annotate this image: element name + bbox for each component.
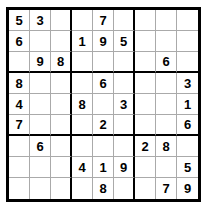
cell-r1c8-empty[interactable]	[156, 10, 177, 31]
cell-r5c4-given[interactable]: 8	[72, 94, 93, 115]
cell-r9c7-empty[interactable]	[135, 178, 156, 199]
cell-r9c5-given[interactable]: 8	[93, 178, 114, 199]
cell-r7c1-empty[interactable]	[9, 136, 30, 157]
cell-r2c5-given[interactable]: 9	[93, 31, 114, 52]
cell-r8c4-given[interactable]: 4	[72, 157, 93, 178]
cell-r8c8-empty[interactable]	[156, 157, 177, 178]
cell-r1c6-empty[interactable]	[114, 10, 135, 31]
cell-r8c3-empty[interactable]	[51, 157, 72, 178]
cell-r9c2-empty[interactable]	[30, 178, 51, 199]
cell-r4c8-empty[interactable]	[156, 73, 177, 94]
cell-r1c1-given[interactable]: 5	[9, 10, 30, 31]
cell-r9c8-given[interactable]: 7	[156, 178, 177, 199]
cell-r8c7-empty[interactable]	[135, 157, 156, 178]
cell-r5c6-given[interactable]: 3	[114, 94, 135, 115]
cell-r6c2-empty[interactable]	[30, 115, 51, 136]
cell-r3c1-empty[interactable]	[9, 52, 30, 73]
cell-r3c8-given[interactable]: 6	[156, 52, 177, 73]
cell-r2c8-empty[interactable]	[156, 31, 177, 52]
cell-r5c2-empty[interactable]	[30, 94, 51, 115]
cell-r7c3-empty[interactable]	[51, 136, 72, 157]
cell-r6c8-empty[interactable]	[156, 115, 177, 136]
cell-r8c2-empty[interactable]	[30, 157, 51, 178]
cell-r2c3-empty[interactable]	[51, 31, 72, 52]
cell-r5c7-empty[interactable]	[135, 94, 156, 115]
sudoku-board: 537619598686348317266284195879	[6, 7, 201, 202]
cell-r6c7-empty[interactable]	[135, 115, 156, 136]
cell-r4c1-given[interactable]: 8	[9, 73, 30, 94]
cell-r3c3-given[interactable]: 8	[51, 52, 72, 73]
cell-r5c8-empty[interactable]	[156, 94, 177, 115]
cell-r6c4-empty[interactable]	[72, 115, 93, 136]
cell-r8c1-empty[interactable]	[9, 157, 30, 178]
cell-r4c6-empty[interactable]	[114, 73, 135, 94]
cell-r7c7-given[interactable]: 2	[135, 136, 156, 157]
cell-r3c4-empty[interactable]	[72, 52, 93, 73]
cell-r9c1-empty[interactable]	[9, 178, 30, 199]
cell-r6c6-empty[interactable]	[114, 115, 135, 136]
cell-r1c7-empty[interactable]	[135, 10, 156, 31]
cell-r6c3-empty[interactable]	[51, 115, 72, 136]
cell-r7c2-given[interactable]: 6	[30, 136, 51, 157]
cell-r7c5-empty[interactable]	[93, 136, 114, 157]
cell-r2c4-given[interactable]: 1	[72, 31, 93, 52]
cell-r9c3-empty[interactable]	[51, 178, 72, 199]
cell-r5c9-given[interactable]: 1	[177, 94, 198, 115]
cell-r3c9-empty[interactable]	[177, 52, 198, 73]
cell-r5c5-empty[interactable]	[93, 94, 114, 115]
cell-r4c3-empty[interactable]	[51, 73, 72, 94]
cell-r7c4-empty[interactable]	[72, 136, 93, 157]
cell-r4c9-given[interactable]: 3	[177, 73, 198, 94]
cell-r3c2-given[interactable]: 9	[30, 52, 51, 73]
cell-r3c5-empty[interactable]	[93, 52, 114, 73]
cell-r8c5-given[interactable]: 1	[93, 157, 114, 178]
cell-r2c7-empty[interactable]	[135, 31, 156, 52]
cell-r2c9-empty[interactable]	[177, 31, 198, 52]
cell-r7c9-empty[interactable]	[177, 136, 198, 157]
cell-r6c9-given[interactable]: 6	[177, 115, 198, 136]
cell-r5c1-given[interactable]: 4	[9, 94, 30, 115]
cell-r2c6-given[interactable]: 5	[114, 31, 135, 52]
cell-r9c9-given[interactable]: 9	[177, 178, 198, 199]
cell-r9c6-empty[interactable]	[114, 178, 135, 199]
cell-r4c4-empty[interactable]	[72, 73, 93, 94]
cell-r9c4-empty[interactable]	[72, 178, 93, 199]
cell-r1c4-empty[interactable]	[72, 10, 93, 31]
cell-r3c7-empty[interactable]	[135, 52, 156, 73]
cell-r5c3-empty[interactable]	[51, 94, 72, 115]
cell-r2c2-empty[interactable]	[30, 31, 51, 52]
cell-r1c9-empty[interactable]	[177, 10, 198, 31]
cell-r6c1-given[interactable]: 7	[9, 115, 30, 136]
cell-r3c6-empty[interactable]	[114, 52, 135, 73]
cell-r1c3-empty[interactable]	[51, 10, 72, 31]
cell-r1c5-given[interactable]: 7	[93, 10, 114, 31]
cell-r7c8-given[interactable]: 8	[156, 136, 177, 157]
cell-r7c6-empty[interactable]	[114, 136, 135, 157]
cell-r8c6-given[interactable]: 9	[114, 157, 135, 178]
cell-r1c2-given[interactable]: 3	[30, 10, 51, 31]
cell-r4c5-given[interactable]: 6	[93, 73, 114, 94]
cell-r8c9-given[interactable]: 5	[177, 157, 198, 178]
cell-r4c2-empty[interactable]	[30, 73, 51, 94]
cell-r6c5-given[interactable]: 2	[93, 115, 114, 136]
cell-r4c7-empty[interactable]	[135, 73, 156, 94]
cell-r2c1-given[interactable]: 6	[9, 31, 30, 52]
